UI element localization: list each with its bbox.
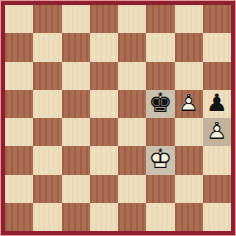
- square-e5[interactable]: [118, 90, 146, 118]
- square-d3[interactable]: [90, 146, 118, 174]
- square-c8[interactable]: [62, 5, 90, 33]
- square-f4[interactable]: [146, 118, 174, 146]
- square-a7[interactable]: [5, 33, 33, 61]
- square-h2[interactable]: [203, 175, 231, 203]
- square-e8[interactable]: [118, 5, 146, 33]
- square-a8[interactable]: [5, 5, 33, 33]
- square-h5[interactable]: ♟: [203, 90, 231, 118]
- square-a4[interactable]: [5, 118, 33, 146]
- square-e4[interactable]: [118, 118, 146, 146]
- square-f5[interactable]: ♚: [146, 90, 174, 118]
- square-c7[interactable]: [62, 33, 90, 61]
- white-king-outline-glyph: ♔: [148, 146, 172, 173]
- square-g3[interactable]: [175, 146, 203, 174]
- square-g2[interactable]: [175, 175, 203, 203]
- square-e3[interactable]: [118, 146, 146, 174]
- square-e6[interactable]: [118, 62, 146, 90]
- black-king[interactable]: ♚: [146, 90, 174, 118]
- white-pawn-outline-glyph: ♙: [178, 91, 200, 115]
- board-outer-edge: ♚♟♙♟♟♙♚♔: [0, 0, 236, 236]
- square-g1[interactable]: [175, 203, 203, 231]
- square-g5[interactable]: ♟♙: [175, 90, 203, 118]
- square-c6[interactable]: [62, 62, 90, 90]
- square-d1[interactable]: [90, 203, 118, 231]
- square-a5[interactable]: [5, 90, 33, 118]
- square-a6[interactable]: [5, 62, 33, 90]
- square-d5[interactable]: [90, 90, 118, 118]
- square-b2[interactable]: [33, 175, 61, 203]
- square-d4[interactable]: [90, 118, 118, 146]
- black-pawn-glyph: ♟: [206, 91, 228, 115]
- black-pawn[interactable]: ♟: [203, 90, 231, 118]
- square-c5[interactable]: [62, 90, 90, 118]
- square-b1[interactable]: [33, 203, 61, 231]
- black-king-glyph: ♚: [148, 90, 172, 117]
- square-b6[interactable]: [33, 62, 61, 90]
- chess-board-screenshot: ♚♟♙♟♟♙♚♔: [0, 0, 236, 236]
- square-d8[interactable]: [90, 5, 118, 33]
- square-d7[interactable]: [90, 33, 118, 61]
- square-b5[interactable]: [33, 90, 61, 118]
- square-f2[interactable]: [146, 175, 174, 203]
- square-h1[interactable]: [203, 203, 231, 231]
- square-b8[interactable]: [33, 5, 61, 33]
- square-c2[interactable]: [62, 175, 90, 203]
- square-h4[interactable]: ♟♙: [203, 118, 231, 146]
- square-b3[interactable]: [33, 146, 61, 174]
- square-g7[interactable]: [175, 33, 203, 61]
- square-a2[interactable]: [5, 175, 33, 203]
- square-f8[interactable]: [146, 5, 174, 33]
- square-f3[interactable]: ♚♔: [146, 146, 174, 174]
- square-h3[interactable]: [203, 146, 231, 174]
- white-pawn[interactable]: ♟♙: [203, 118, 231, 146]
- square-e2[interactable]: [118, 175, 146, 203]
- square-b7[interactable]: [33, 33, 61, 61]
- square-c4[interactable]: [62, 118, 90, 146]
- square-d6[interactable]: [90, 62, 118, 90]
- square-g6[interactable]: [175, 62, 203, 90]
- board-frame: ♚♟♙♟♟♙♚♔: [1, 1, 235, 235]
- white-king[interactable]: ♚♔: [146, 146, 174, 174]
- square-c3[interactable]: [62, 146, 90, 174]
- square-h8[interactable]: [203, 5, 231, 33]
- chess-board: ♚♟♙♟♟♙♚♔: [5, 5, 231, 231]
- square-g4[interactable]: [175, 118, 203, 146]
- square-a3[interactable]: [5, 146, 33, 174]
- square-d2[interactable]: [90, 175, 118, 203]
- square-f7[interactable]: [146, 33, 174, 61]
- square-h7[interactable]: [203, 33, 231, 61]
- white-pawn[interactable]: ♟♙: [175, 90, 203, 118]
- white-pawn-outline-glyph: ♙: [206, 119, 228, 143]
- square-e1[interactable]: [118, 203, 146, 231]
- square-g8[interactable]: [175, 5, 203, 33]
- square-b4[interactable]: [33, 118, 61, 146]
- square-h6[interactable]: [203, 62, 231, 90]
- square-c1[interactable]: [62, 203, 90, 231]
- square-e7[interactable]: [118, 33, 146, 61]
- square-f1[interactable]: [146, 203, 174, 231]
- square-a1[interactable]: [5, 203, 33, 231]
- square-f6[interactable]: [146, 62, 174, 90]
